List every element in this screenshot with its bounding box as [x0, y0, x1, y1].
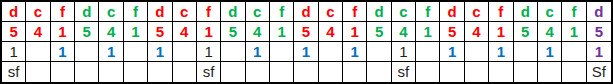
cell-r3c6-empty — [124, 42, 148, 62]
cell-r2c5: 4 — [99, 22, 123, 42]
cell-r2c25: 5 — [587, 22, 611, 42]
cell-r4c22-empty — [514, 62, 538, 82]
cell-r2c12: 1 — [270, 22, 294, 42]
cell-r3c14-empty — [319, 42, 343, 62]
cell-r1c5: c — [99, 2, 123, 22]
cell-r4c8-empty — [173, 62, 197, 82]
cell-r2c1: 5 — [2, 22, 26, 42]
cell-r3c21: 1 — [489, 42, 513, 62]
cell-r4c4-empty — [75, 62, 99, 82]
cell-r4c13-empty — [294, 62, 318, 82]
cell-r2c17: 4 — [392, 22, 416, 42]
cell-r3c8-empty — [173, 42, 197, 62]
cell-r3c25: 1 — [587, 42, 611, 62]
cell-r1c7: d — [148, 2, 172, 22]
cell-r4c6-empty — [124, 62, 148, 82]
cell-r1c15: f — [343, 2, 367, 22]
cell-r1c4: d — [75, 2, 99, 22]
cell-r3c19: 1 — [440, 42, 464, 62]
cell-r3c16-empty — [367, 42, 391, 62]
cell-r1c11: c — [246, 2, 270, 22]
cell-r4c20-empty — [465, 62, 489, 82]
cell-r3c22-empty — [514, 42, 538, 62]
cell-r2c4: 5 — [75, 22, 99, 42]
cell-r2c23: 4 — [538, 22, 562, 42]
cell-r3c17: 1 — [392, 42, 416, 62]
cell-r3c13: 1 — [294, 42, 318, 62]
cell-r4c25: Sf — [587, 62, 611, 82]
cell-r3c15: 1 — [343, 42, 367, 62]
cell-r1c25: d — [587, 2, 611, 22]
cell-r2c14: 4 — [319, 22, 343, 42]
cell-r1c21: f — [489, 2, 513, 22]
cell-r4c10-empty — [221, 62, 245, 82]
cell-r2c9: 1 — [197, 22, 221, 42]
cell-r2c22: 5 — [514, 22, 538, 42]
cell-r3c10-empty — [221, 42, 245, 62]
pattern-grid: dcfdcfdcfdcfdcfdcfdcfdcfd541541541541541… — [0, 0, 613, 84]
cell-r3c11: 1 — [246, 42, 270, 62]
cell-r1c12: f — [270, 2, 294, 22]
cell-r4c23-empty — [538, 62, 562, 82]
cell-r4c14-empty — [319, 62, 343, 82]
cell-r4c2-empty — [26, 62, 50, 82]
cell-r2c24: 1 — [562, 22, 586, 42]
cell-r4c9: sf — [197, 62, 221, 82]
cell-r2c3: 1 — [51, 22, 75, 42]
cell-r1c22: d — [514, 2, 538, 22]
cell-r1c20: c — [465, 2, 489, 22]
cell-r2c10: 5 — [221, 22, 245, 42]
cell-r2c6: 1 — [124, 22, 148, 42]
cell-r1c16: d — [367, 2, 391, 22]
cell-r2c15: 1 — [343, 22, 367, 42]
cell-r1c10: d — [221, 2, 245, 22]
cell-r1c24: f — [562, 2, 586, 22]
cell-r4c19-empty — [440, 62, 464, 82]
cell-r4c3-empty — [51, 62, 75, 82]
cell-r1c13: d — [294, 2, 318, 22]
cell-r4c15-empty — [343, 62, 367, 82]
cell-r1c3: f — [51, 2, 75, 22]
cell-r4c16-empty — [367, 62, 391, 82]
cell-r1c18: f — [416, 2, 440, 22]
cell-r3c2-empty — [26, 42, 50, 62]
cell-r3c4-empty — [75, 42, 99, 62]
cell-r3c23: 1 — [538, 42, 562, 62]
cell-r2c8: 4 — [173, 22, 197, 42]
cell-r2c11: 4 — [246, 22, 270, 42]
cell-r4c12-empty — [270, 62, 294, 82]
cell-r1c9: f — [197, 2, 221, 22]
cell-r1c23: c — [538, 2, 562, 22]
cell-r2c2: 4 — [26, 22, 50, 42]
cell-r3c20-empty — [465, 42, 489, 62]
cell-r3c24-empty — [562, 42, 586, 62]
cell-r4c5-empty — [99, 62, 123, 82]
cell-r4c17: sf — [392, 62, 416, 82]
cell-r2c7: 5 — [148, 22, 172, 42]
cell-r4c24-empty — [562, 62, 586, 82]
cell-r1c19: d — [440, 2, 464, 22]
cell-r4c7-empty — [148, 62, 172, 82]
cell-r4c18-empty — [416, 62, 440, 82]
cell-r4c1: sf — [2, 62, 26, 82]
cell-r2c16: 5 — [367, 22, 391, 42]
cell-r2c19: 5 — [440, 22, 464, 42]
cell-r3c5: 1 — [99, 42, 123, 62]
cell-r1c8: c — [173, 2, 197, 22]
cell-r3c7: 1 — [148, 42, 172, 62]
cell-r2c20: 4 — [465, 22, 489, 42]
cell-r3c12-empty — [270, 42, 294, 62]
cell-r3c3: 1 — [51, 42, 75, 62]
cell-r3c9: 1 — [197, 42, 221, 62]
worksheet-table-stage: dcfdcfdcfdcfdcfdcfdcfdcfd541541541541541… — [0, 0, 613, 84]
cell-r1c1: d — [2, 2, 26, 22]
cell-r2c18: 1 — [416, 22, 440, 42]
cell-r1c17: c — [392, 2, 416, 22]
cell-r1c14: c — [319, 2, 343, 22]
cell-r2c21: 1 — [489, 22, 513, 42]
cell-r4c11-empty — [246, 62, 270, 82]
cell-r4c21-empty — [489, 62, 513, 82]
cell-r3c18-empty — [416, 42, 440, 62]
cell-r3c1: 1 — [2, 42, 26, 62]
cell-r1c2: c — [26, 2, 50, 22]
cell-r1c6: f — [124, 2, 148, 22]
cell-r2c13: 5 — [294, 22, 318, 42]
